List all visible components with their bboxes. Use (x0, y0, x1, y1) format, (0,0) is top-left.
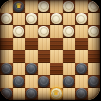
square-r7c5[interactable] (50, 75, 63, 88)
black-man[interactable] (13, 76, 24, 87)
black-man[interactable] (26, 88, 37, 99)
square-r1c4[interactable] (38, 0, 51, 13)
square-r6c1[interactable] (0, 63, 13, 76)
square-r1c1[interactable] (0, 0, 13, 13)
black-man[interactable] (1, 63, 12, 74)
white-man[interactable] (76, 13, 87, 24)
white-man[interactable] (38, 1, 49, 12)
square-r3c8[interactable] (88, 25, 101, 38)
square-r2c1[interactable] (0, 13, 13, 26)
crown-icon: ♛ (53, 90, 59, 97)
square-r7c8[interactable] (88, 75, 101, 88)
square-r8c6[interactable] (63, 88, 76, 101)
square-r4c6[interactable] (63, 38, 76, 51)
square-r5c7[interactable] (75, 50, 88, 63)
square-r6c6[interactable] (63, 63, 76, 76)
square-r1c6[interactable] (63, 0, 76, 13)
square-r4c7[interactable] (75, 38, 88, 51)
square-r2c7[interactable] (75, 13, 88, 26)
square-r8c4[interactable] (38, 88, 51, 101)
square-r8c8[interactable] (88, 88, 101, 101)
square-r8c5[interactable]: ♛ (50, 88, 63, 101)
square-r7c4[interactable] (38, 75, 51, 88)
square-r3c5[interactable] (50, 25, 63, 38)
square-r2c4[interactable] (38, 13, 51, 26)
square-r1c8[interactable] (88, 0, 101, 13)
square-r7c6[interactable] (63, 75, 76, 88)
black-man[interactable] (38, 76, 49, 87)
square-r5c2[interactable] (13, 50, 26, 63)
checkers-app-icon: ♛♛ (0, 0, 100, 100)
square-r2c2[interactable] (13, 13, 26, 26)
square-r5c3[interactable] (25, 50, 38, 63)
square-r7c2[interactable] (13, 75, 26, 88)
square-r6c4[interactable] (38, 63, 51, 76)
white-man[interactable] (38, 26, 49, 37)
square-r5c8[interactable] (88, 50, 101, 63)
square-r5c5[interactable] (50, 50, 63, 63)
white-man[interactable] (13, 26, 24, 37)
black-man[interactable] (26, 63, 37, 74)
square-r3c4[interactable] (38, 25, 51, 38)
square-r8c1[interactable] (0, 88, 13, 101)
black-man[interactable] (76, 88, 87, 99)
square-r8c7[interactable] (75, 88, 88, 101)
square-r1c3[interactable] (25, 0, 38, 13)
white-king-gold-highlight[interactable]: ♛ (51, 88, 62, 99)
square-r1c7[interactable] (75, 0, 88, 13)
square-r3c3[interactable] (25, 25, 38, 38)
square-r6c3[interactable] (25, 63, 38, 76)
square-r6c7[interactable] (75, 63, 88, 76)
square-r5c1[interactable] (0, 50, 13, 63)
square-r8c2[interactable] (13, 88, 26, 101)
square-r2c8[interactable] (88, 13, 101, 26)
black-man[interactable] (76, 63, 87, 74)
white-man[interactable] (26, 13, 37, 24)
board: ♛♛ (0, 0, 100, 100)
square-r4c4[interactable] (38, 38, 51, 51)
square-r5c6[interactable] (63, 50, 76, 63)
square-r1c5[interactable] (50, 0, 63, 13)
black-man[interactable] (63, 76, 74, 87)
square-r4c1[interactable] (0, 38, 13, 51)
square-r1c2[interactable]: ♛ (13, 0, 26, 13)
square-r8c3[interactable] (25, 88, 38, 101)
square-r6c8[interactable] (88, 63, 101, 76)
black-man[interactable] (1, 88, 12, 99)
square-r2c5[interactable] (50, 13, 63, 26)
white-man[interactable] (88, 1, 99, 12)
white-man[interactable] (63, 1, 74, 12)
black-king[interactable]: ♛ (13, 1, 24, 12)
square-r4c5[interactable] (50, 38, 63, 51)
square-r4c8[interactable] (88, 38, 101, 51)
square-r2c3[interactable] (25, 13, 38, 26)
square-r4c3[interactable] (25, 38, 38, 51)
square-r3c1[interactable] (0, 25, 13, 38)
square-r3c2[interactable] (13, 25, 26, 38)
square-r7c3[interactable] (25, 75, 38, 88)
square-r6c2[interactable] (13, 63, 26, 76)
black-man[interactable] (88, 76, 99, 87)
white-man[interactable] (63, 26, 74, 37)
square-r7c7[interactable] (75, 75, 88, 88)
square-r3c6[interactable] (63, 25, 76, 38)
crown-icon: ♛ (16, 2, 22, 9)
square-r3c7[interactable] (75, 25, 88, 38)
square-r6c5[interactable] (50, 63, 63, 76)
square-r7c1[interactable] (0, 75, 13, 88)
square-r4c2[interactable] (13, 38, 26, 51)
square-r5c4[interactable] (38, 50, 51, 63)
square-r2c6[interactable] (63, 13, 76, 26)
white-man[interactable] (51, 13, 62, 24)
white-man[interactable] (1, 13, 12, 24)
white-man[interactable] (88, 26, 99, 37)
